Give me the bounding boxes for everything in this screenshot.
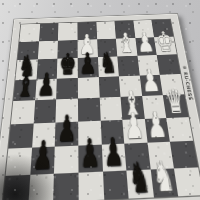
square-e3: [100, 119, 124, 144]
square-h5: [160, 74, 184, 96]
square-h7: [154, 36, 176, 55]
square-c1: [53, 172, 78, 200]
square-c2: [54, 146, 78, 174]
square-f7: [116, 38, 137, 57]
square-d5: [78, 77, 100, 99]
knight-stamp-icon: ♞: [196, 192, 200, 200]
square-a3: [8, 123, 33, 149]
square-d4: [78, 98, 100, 121]
square-e4: [99, 97, 122, 120]
square-h1: [174, 167, 200, 196]
square-c3: [55, 121, 78, 146]
square-a6: [15, 59, 37, 79]
board-perspective-wrapper: ♚♛♝♝♞♟♟♟♟♟♚♝♞♞♞♟♟♟♟♟♟ ® RU-CHESS ♞: [4, 0, 197, 200]
square-d1: [78, 171, 103, 200]
square-f6: [117, 56, 139, 76]
square-e6: [98, 56, 119, 76]
square-c7: [58, 40, 78, 59]
square-e5: [98, 76, 120, 98]
square-h8: [152, 19, 174, 37]
square-f8: [115, 21, 136, 39]
square-b6: [36, 59, 57, 79]
square-e2: [101, 144, 126, 171]
square-b1: [28, 173, 54, 200]
square-f1: [126, 169, 153, 199]
square-d6: [78, 57, 99, 77]
square-c6: [57, 58, 78, 78]
square-d8: [77, 22, 96, 40]
square-c5: [56, 77, 77, 99]
square-h2: [170, 141, 198, 168]
square-e1: [102, 170, 128, 200]
square-a7: [17, 41, 38, 60]
square-b5: [35, 78, 57, 100]
square-c8: [58, 23, 77, 41]
square-a5: [13, 79, 36, 101]
square-a8: [19, 24, 40, 42]
board-margin: ♚♛♝♝♞♟♟♟♟♟♚♝♞♞♞♟♟♟♟♟♟ ® RU-CHESS ♞: [0, 13, 200, 200]
square-h6: [157, 54, 180, 74]
square-f4: [121, 96, 145, 119]
photo-scene: ♚♛♝♝♞♟♟♟♟♟♚♝♞♞♞♟♟♟♟♟♟ ® RU-CHESS ♞: [0, 0, 200, 200]
square-d3: [78, 120, 101, 145]
square-d2: [78, 145, 102, 172]
square-a2: [6, 148, 32, 176]
square-b3: [32, 122, 56, 148]
square-b2: [30, 147, 55, 175]
square-e8: [96, 21, 116, 39]
square-f5: [119, 75, 142, 97]
square-a4: [11, 100, 35, 124]
square-c4: [56, 99, 78, 123]
chess-board: ♚♛♝♝♞♟♟♟♟♟♚♝♞♞♞♟♟♟♟♟♟: [1, 19, 200, 200]
square-f3: [122, 118, 147, 143]
square-b8: [39, 23, 59, 41]
square-a1: [3, 174, 30, 200]
square-h4: [163, 94, 188, 117]
square-h3: [167, 117, 194, 142]
square-b4: [33, 99, 56, 123]
square-b7: [38, 40, 59, 59]
square-f2: [124, 143, 150, 170]
square-e7: [97, 38, 118, 57]
square-d7: [77, 39, 97, 58]
